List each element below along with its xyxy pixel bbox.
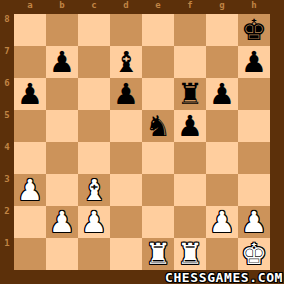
square-f8[interactable]	[174, 14, 206, 46]
piece-black-rook: ♜	[174, 78, 206, 110]
square-f3[interactable]	[174, 174, 206, 206]
square-e5[interactable]: ♞	[142, 110, 174, 142]
square-b5[interactable]	[46, 110, 78, 142]
chess-board: ♚♟♝♟♟♟♜♟♞♟♟♝♟♟♟♟♜♜♚	[14, 14, 270, 270]
square-e4[interactable]	[142, 142, 174, 174]
square-b8[interactable]	[46, 14, 78, 46]
square-f2[interactable]	[174, 206, 206, 238]
square-e3[interactable]	[142, 174, 174, 206]
square-a4[interactable]	[14, 142, 46, 174]
rank-labels: 87654321	[0, 14, 14, 270]
square-d3[interactable]	[110, 174, 142, 206]
square-g8[interactable]	[206, 14, 238, 46]
square-d7[interactable]: ♝	[110, 46, 142, 78]
piece-white-pawn: ♟	[14, 174, 46, 206]
file-label-d: d	[110, 0, 142, 14]
square-e8[interactable]	[142, 14, 174, 46]
piece-white-pawn: ♟	[46, 206, 78, 238]
file-label-e: e	[142, 0, 174, 14]
square-h7[interactable]: ♟	[238, 46, 270, 78]
square-b3[interactable]	[46, 174, 78, 206]
square-c1[interactable]	[78, 238, 110, 270]
square-b7[interactable]: ♟	[46, 46, 78, 78]
square-c7[interactable]	[78, 46, 110, 78]
square-h1[interactable]: ♚	[238, 238, 270, 270]
piece-black-pawn: ♟	[238, 46, 270, 78]
piece-black-pawn: ♟	[110, 78, 142, 110]
square-a1[interactable]	[14, 238, 46, 270]
file-label-g: g	[206, 0, 238, 14]
piece-black-pawn: ♟	[14, 78, 46, 110]
square-f7[interactable]	[174, 46, 206, 78]
square-g1[interactable]	[206, 238, 238, 270]
square-g5[interactable]	[206, 110, 238, 142]
square-c8[interactable]	[78, 14, 110, 46]
square-a7[interactable]	[14, 46, 46, 78]
piece-white-pawn: ♟	[78, 206, 110, 238]
piece-black-pawn: ♟	[174, 110, 206, 142]
chess-board-frame: abcdefgh 87654321 ♚♟♝♟♟♟♜♟♞♟♟♝♟♟♟♟♜♜♚ CH…	[0, 0, 284, 284]
square-c2[interactable]: ♟	[78, 206, 110, 238]
square-h5[interactable]	[238, 110, 270, 142]
square-e2[interactable]	[142, 206, 174, 238]
watermark: CHESSGAMES.COM	[165, 270, 283, 284]
square-d2[interactable]	[110, 206, 142, 238]
square-c3[interactable]: ♝	[78, 174, 110, 206]
rank-label-4: 4	[0, 142, 14, 174]
square-g7[interactable]	[206, 46, 238, 78]
file-label-f: f	[174, 0, 206, 14]
square-b1[interactable]	[46, 238, 78, 270]
piece-black-pawn: ♟	[206, 78, 238, 110]
square-b6[interactable]	[46, 78, 78, 110]
square-a5[interactable]	[14, 110, 46, 142]
square-c6[interactable]	[78, 78, 110, 110]
square-c4[interactable]	[78, 142, 110, 174]
square-h4[interactable]	[238, 142, 270, 174]
piece-black-king: ♚	[238, 14, 270, 46]
square-f5[interactable]: ♟	[174, 110, 206, 142]
square-g6[interactable]: ♟	[206, 78, 238, 110]
square-d6[interactable]: ♟	[110, 78, 142, 110]
piece-white-pawn: ♟	[238, 206, 270, 238]
rank-label-3: 3	[0, 174, 14, 206]
square-d4[interactable]	[110, 142, 142, 174]
square-h8[interactable]: ♚	[238, 14, 270, 46]
square-a8[interactable]	[14, 14, 46, 46]
square-f6[interactable]: ♜	[174, 78, 206, 110]
square-e6[interactable]	[142, 78, 174, 110]
piece-black-knight: ♞	[142, 110, 174, 142]
square-e7[interactable]	[142, 46, 174, 78]
rank-label-7: 7	[0, 46, 14, 78]
square-g3[interactable]	[206, 174, 238, 206]
square-c5[interactable]	[78, 110, 110, 142]
square-b4[interactable]	[46, 142, 78, 174]
square-a2[interactable]	[14, 206, 46, 238]
file-labels: abcdefgh	[14, 0, 270, 14]
piece-white-rook: ♜	[142, 238, 174, 270]
piece-black-bishop: ♝	[110, 46, 142, 78]
rank-label-8: 8	[0, 14, 14, 46]
square-e1[interactable]: ♜	[142, 238, 174, 270]
rank-label-5: 5	[0, 110, 14, 142]
rank-label-6: 6	[0, 78, 14, 110]
piece-white-pawn: ♟	[206, 206, 238, 238]
square-h2[interactable]: ♟	[238, 206, 270, 238]
square-d8[interactable]	[110, 14, 142, 46]
piece-white-king: ♚	[238, 238, 270, 270]
square-f4[interactable]	[174, 142, 206, 174]
square-h6[interactable]	[238, 78, 270, 110]
square-b2[interactable]: ♟	[46, 206, 78, 238]
square-g2[interactable]: ♟	[206, 206, 238, 238]
file-label-c: c	[78, 0, 110, 14]
square-a6[interactable]: ♟	[14, 78, 46, 110]
rank-label-2: 2	[0, 206, 14, 238]
square-a3[interactable]: ♟	[14, 174, 46, 206]
square-g4[interactable]	[206, 142, 238, 174]
piece-white-rook: ♜	[174, 238, 206, 270]
file-label-b: b	[46, 0, 78, 14]
square-d1[interactable]	[110, 238, 142, 270]
piece-black-pawn: ♟	[46, 46, 78, 78]
square-d5[interactable]	[110, 110, 142, 142]
file-label-h: h	[238, 0, 270, 14]
rank-label-1: 1	[0, 238, 14, 270]
piece-white-bishop: ♝	[78, 174, 110, 206]
square-h3[interactable]	[238, 174, 270, 206]
file-label-a: a	[14, 0, 46, 14]
square-f1[interactable]: ♜	[174, 238, 206, 270]
